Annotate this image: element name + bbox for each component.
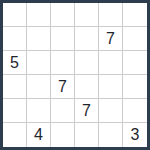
cell-r2c6[interactable] [123,27,147,51]
cell-r6c2-clue: 4 [27,123,51,147]
cell-r5c3[interactable] [51,99,75,123]
cell-r3c3[interactable] [51,51,75,75]
cell-r1c3[interactable] [51,3,75,27]
cell-r6c5[interactable] [99,123,123,147]
cell-r3c6[interactable] [123,51,147,75]
cell-r5c5[interactable] [99,99,123,123]
cell-r6c4[interactable] [75,123,99,147]
cell-r6c1[interactable] [3,123,27,147]
cell-r6c6-clue: 3 [123,123,147,147]
cell-r4c2[interactable] [27,75,51,99]
cell-r3c2[interactable] [27,51,51,75]
cell-r2c1[interactable] [3,27,27,51]
cell-r1c1[interactable] [3,3,27,27]
cell-r1c2[interactable] [27,3,51,27]
cell-r1c6[interactable] [123,3,147,27]
cell-r2c4[interactable] [75,27,99,51]
cell-r1c4[interactable] [75,3,99,27]
puzzle-board: 757743 [0,0,150,150]
cell-r3c1-clue: 5 [3,51,27,75]
cell-r4c6[interactable] [123,75,147,99]
cell-r5c6[interactable] [123,99,147,123]
cell-r4c5[interactable] [99,75,123,99]
cell-r3c5[interactable] [99,51,123,75]
cell-r3c4[interactable] [75,51,99,75]
cell-r2c2[interactable] [27,27,51,51]
cell-r5c4-clue: 7 [75,99,99,123]
cell-r6c3[interactable] [51,123,75,147]
cell-r2c3[interactable] [51,27,75,51]
cell-r2c5-clue: 7 [99,27,123,51]
cell-r5c1[interactable] [3,99,27,123]
cell-r1c5[interactable] [99,3,123,27]
cell-r4c1[interactable] [3,75,27,99]
cell-r4c3-clue: 7 [51,75,75,99]
cell-r5c2[interactable] [27,99,51,123]
cell-r4c4[interactable] [75,75,99,99]
